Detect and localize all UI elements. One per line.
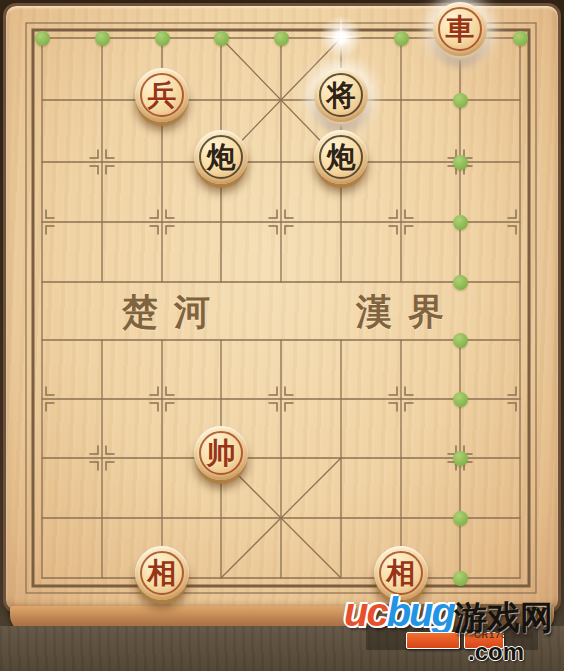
move-hint-dot[interactable] (35, 31, 50, 46)
watermark-logo: ucbug (344, 590, 454, 635)
piece-black-general[interactable]: 将 (314, 68, 368, 122)
move-hint-dot[interactable] (453, 571, 468, 586)
watermark-domain: .com (468, 638, 524, 666)
move-hint-dot[interactable] (274, 31, 289, 46)
watermark-ucbug: ucbug 游戏网 cr173.com .com (344, 590, 564, 670)
sparkle-core (319, 15, 363, 59)
piece-character: 兵 (135, 68, 189, 122)
piece-character: 将 (314, 68, 368, 122)
piece-character: 炮 (194, 130, 248, 184)
move-hint-dot[interactable] (214, 31, 229, 46)
piece-red-soldier[interactable]: 兵 (135, 68, 189, 122)
watermark-logo-uc: uc (344, 590, 387, 634)
move-hint-dot[interactable] (453, 275, 468, 290)
piece-red-chariot[interactable]: 車 (433, 2, 487, 56)
move-hint-dot[interactable] (453, 93, 468, 108)
move-hint-dot[interactable] (155, 31, 170, 46)
move-hint-dot[interactable] (453, 155, 468, 170)
move-hint-dot[interactable] (95, 31, 110, 46)
river-label-chu-he: 楚河 (122, 288, 226, 332)
watermark-badge (406, 632, 460, 649)
piece-character: 相 (135, 546, 189, 600)
move-hint-dot[interactable] (453, 451, 468, 466)
piece-character: 炮 (314, 130, 368, 184)
move-hint-dot[interactable] (453, 333, 468, 348)
piece-red-elephant-left[interactable]: 相 (135, 546, 189, 600)
piece-character: 帅 (194, 426, 248, 480)
watermark-logo-bug: bug (387, 590, 454, 634)
move-origin-sparkle-icon (319, 15, 363, 59)
game-screen: 步数：10 楚河 漢界 車兵将炮炮帅相相 ucbug 游戏网 cr173.com… (0, 0, 564, 671)
move-hint-dot[interactable] (394, 31, 409, 46)
move-hint-dot[interactable] (513, 31, 528, 46)
move-hint-dot[interactable] (453, 511, 468, 526)
move-hint-dot[interactable] (453, 215, 468, 230)
piece-black-cannon-left[interactable]: 炮 (194, 130, 248, 184)
piece-character: 車 (433, 2, 487, 56)
move-hint-dot[interactable] (453, 392, 468, 407)
piece-black-cannon-right[interactable]: 炮 (314, 130, 368, 184)
piece-red-general[interactable]: 帅 (194, 426, 248, 480)
river-label-han-jie: 漢界 (356, 288, 460, 332)
